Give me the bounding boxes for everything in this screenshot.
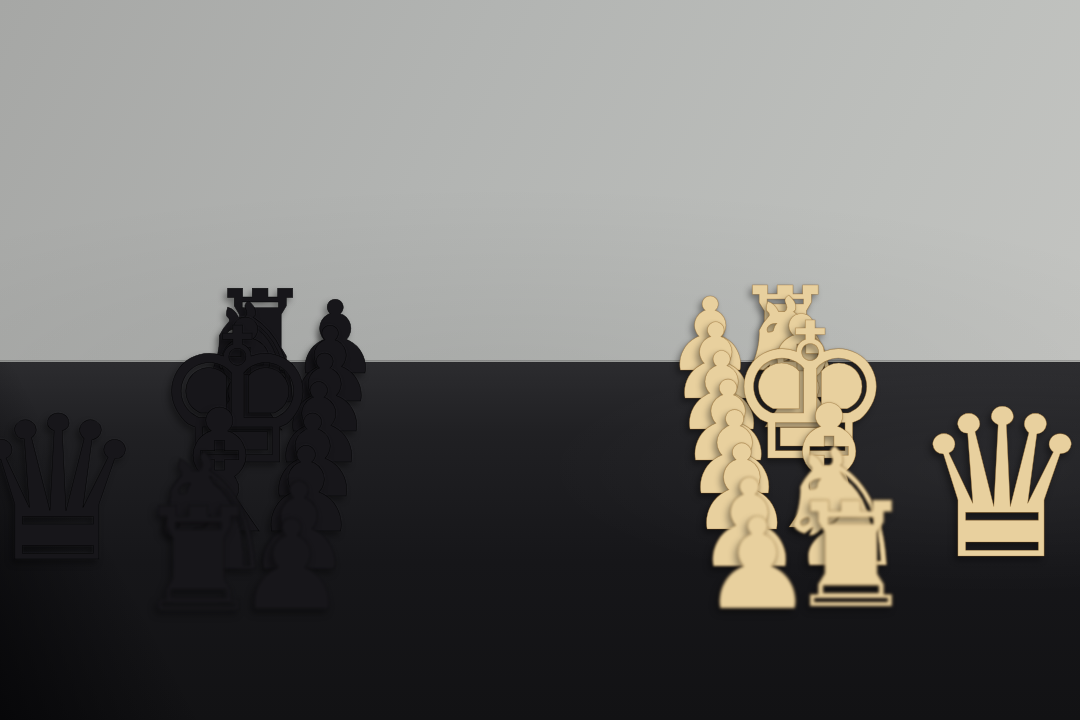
- chess-set-photo-scene: ♜♞♝♚♝♞♜♟♟♟♟♟♟♟♟♟♟♟♟♟♟♟♟♜♞♝♚♝♞♜♛♛: [0, 0, 1080, 720]
- wall-background: [0, 0, 1080, 362]
- table-surface: [0, 362, 1080, 720]
